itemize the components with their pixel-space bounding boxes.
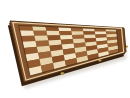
chess-board bbox=[0, 0, 130, 98]
square-a5 bbox=[22, 41, 36, 48]
square-h7 bbox=[106, 32, 117, 35]
square-f6 bbox=[84, 35, 96, 39]
square-b5 bbox=[36, 40, 50, 46]
square-h6 bbox=[106, 34, 117, 37]
chessboard-product-photo bbox=[0, 0, 130, 98]
square-c6 bbox=[47, 35, 60, 40]
square-a6 bbox=[21, 36, 36, 42]
brass-glint-right bbox=[98, 59, 101, 61]
square-b6 bbox=[34, 35, 48, 41]
square-g7 bbox=[95, 31, 107, 34]
brass-glint-left bbox=[61, 72, 65, 74]
square-b7 bbox=[33, 31, 47, 36]
square-d6 bbox=[60, 35, 73, 40]
square-f7 bbox=[83, 31, 95, 34]
square-e7 bbox=[71, 31, 84, 35]
square-g6 bbox=[95, 34, 106, 38]
square-a7 bbox=[20, 31, 35, 36]
square-c7 bbox=[46, 31, 60, 36]
square-e6 bbox=[72, 35, 84, 39]
square-d7 bbox=[59, 31, 72, 35]
